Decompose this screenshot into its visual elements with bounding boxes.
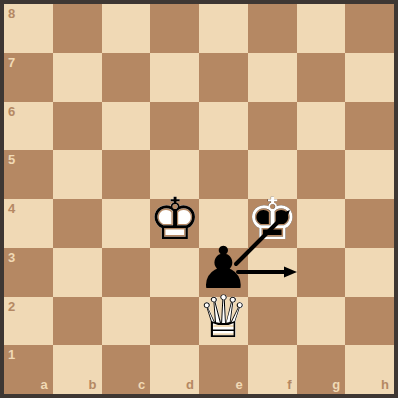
square-b8[interactable] bbox=[53, 4, 102, 53]
square-h7[interactable] bbox=[345, 53, 394, 102]
square-h2[interactable] bbox=[345, 297, 394, 346]
black-king-piece[interactable]: ♚♔ bbox=[248, 199, 297, 248]
square-a5[interactable]: 5 bbox=[4, 150, 53, 199]
square-e2[interactable]: ♛♕ bbox=[199, 297, 248, 346]
square-a4[interactable]: 4 bbox=[4, 199, 53, 248]
black-king-glyph: ♚♔ bbox=[246, 190, 298, 248]
rank-label-1: 1 bbox=[8, 348, 15, 361]
square-a3[interactable]: 3 bbox=[4, 248, 53, 297]
rank-label-8: 8 bbox=[8, 7, 15, 20]
white-queen-glyph: ♛♕ bbox=[197, 288, 249, 346]
square-c5[interactable] bbox=[102, 150, 151, 199]
chess-board-frame: 87654♚♔♚♔3♟2♛♕1abcdefgh bbox=[0, 0, 398, 398]
square-g8[interactable] bbox=[297, 4, 346, 53]
square-g7[interactable] bbox=[297, 53, 346, 102]
square-h3[interactable] bbox=[345, 248, 394, 297]
square-f6[interactable] bbox=[248, 102, 297, 151]
square-f1[interactable]: f bbox=[248, 345, 297, 394]
square-g4[interactable] bbox=[297, 199, 346, 248]
square-h8[interactable] bbox=[345, 4, 394, 53]
square-a2[interactable]: 2 bbox=[4, 297, 53, 346]
white-queen-piece[interactable]: ♛♕ bbox=[199, 297, 248, 346]
rank-label-3: 3 bbox=[8, 251, 15, 264]
rank-label-6: 6 bbox=[8, 105, 15, 118]
rank-label-4: 4 bbox=[8, 202, 15, 215]
square-h4[interactable] bbox=[345, 199, 394, 248]
square-e7[interactable] bbox=[199, 53, 248, 102]
square-c7[interactable] bbox=[102, 53, 151, 102]
square-c4[interactable] bbox=[102, 199, 151, 248]
square-a8[interactable]: 8 bbox=[4, 4, 53, 53]
square-c8[interactable] bbox=[102, 4, 151, 53]
square-h1[interactable]: h bbox=[345, 345, 394, 394]
chess-board: 87654♚♔♚♔3♟2♛♕1abcdefgh bbox=[4, 4, 394, 394]
square-g3[interactable] bbox=[297, 248, 346, 297]
square-a1[interactable]: 1a bbox=[4, 345, 53, 394]
square-d6[interactable] bbox=[150, 102, 199, 151]
square-g6[interactable] bbox=[297, 102, 346, 151]
square-c6[interactable] bbox=[102, 102, 151, 151]
rank-label-2: 2 bbox=[8, 300, 15, 313]
file-label-a: a bbox=[41, 378, 48, 391]
square-b4[interactable] bbox=[53, 199, 102, 248]
square-c3[interactable] bbox=[102, 248, 151, 297]
square-g5[interactable] bbox=[297, 150, 346, 199]
square-d7[interactable] bbox=[150, 53, 199, 102]
square-c1[interactable]: c bbox=[102, 345, 151, 394]
square-d4[interactable]: ♚♔ bbox=[150, 199, 199, 248]
square-e5[interactable] bbox=[199, 150, 248, 199]
square-e1[interactable]: e bbox=[199, 345, 248, 394]
square-d2[interactable] bbox=[150, 297, 199, 346]
square-b1[interactable]: b bbox=[53, 345, 102, 394]
square-f3[interactable] bbox=[248, 248, 297, 297]
square-b2[interactable] bbox=[53, 297, 102, 346]
square-e6[interactable] bbox=[199, 102, 248, 151]
square-a6[interactable]: 6 bbox=[4, 102, 53, 151]
white-king-piece[interactable]: ♚♔ bbox=[150, 199, 199, 248]
file-label-e: e bbox=[236, 378, 243, 391]
rank-label-5: 5 bbox=[8, 153, 15, 166]
square-h5[interactable] bbox=[345, 150, 394, 199]
file-label-f: f bbox=[287, 378, 291, 391]
file-label-d: d bbox=[186, 378, 194, 391]
file-label-h: h bbox=[381, 378, 389, 391]
square-f4[interactable]: ♚♔ bbox=[248, 199, 297, 248]
square-f8[interactable] bbox=[248, 4, 297, 53]
square-f2[interactable] bbox=[248, 297, 297, 346]
square-d8[interactable] bbox=[150, 4, 199, 53]
square-e8[interactable] bbox=[199, 4, 248, 53]
file-label-b: b bbox=[89, 378, 97, 391]
square-h6[interactable] bbox=[345, 102, 394, 151]
square-d3[interactable] bbox=[150, 248, 199, 297]
square-g1[interactable]: g bbox=[297, 345, 346, 394]
square-a7[interactable]: 7 bbox=[4, 53, 53, 102]
square-f7[interactable] bbox=[248, 53, 297, 102]
square-g2[interactable] bbox=[297, 297, 346, 346]
file-label-c: c bbox=[138, 378, 145, 391]
square-d1[interactable]: d bbox=[150, 345, 199, 394]
square-b7[interactable] bbox=[53, 53, 102, 102]
square-b6[interactable] bbox=[53, 102, 102, 151]
rank-label-7: 7 bbox=[8, 56, 15, 69]
square-b5[interactable] bbox=[53, 150, 102, 199]
square-c2[interactable] bbox=[102, 297, 151, 346]
white-king-glyph: ♚♔ bbox=[149, 190, 201, 248]
file-label-g: g bbox=[332, 378, 340, 391]
square-b3[interactable] bbox=[53, 248, 102, 297]
